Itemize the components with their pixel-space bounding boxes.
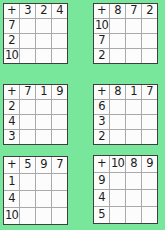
operator-plus-cell: + [94, 85, 109, 99]
row-header-cell: 2 [4, 34, 19, 48]
answer-cell[interactable] [110, 130, 125, 144]
answer-cell[interactable] [126, 130, 141, 144]
row-header-cell: 4 [94, 190, 109, 206]
answer-cell[interactable] [110, 173, 125, 189]
col-header-cell: 1 [126, 85, 141, 99]
col-header-cell: 7 [20, 85, 35, 99]
answer-cell[interactable] [36, 34, 51, 48]
answer-cell[interactable] [52, 191, 67, 207]
answer-cell[interactable] [126, 207, 141, 223]
answer-cell[interactable] [20, 100, 35, 114]
answer-cell[interactable] [36, 19, 51, 33]
col-header-cell: 10 [110, 156, 125, 172]
row-header-cell: 4 [4, 191, 19, 207]
answer-cell[interactable] [52, 115, 67, 129]
answer-cell[interactable] [142, 115, 157, 129]
row-header-cell: 2 [94, 130, 109, 144]
row-header-cell: 10 [4, 49, 19, 63]
answer-cell[interactable] [126, 100, 141, 114]
col-header-cell: 2 [36, 4, 51, 18]
answer-cell[interactable] [20, 19, 35, 33]
operator-plus-cell: + [4, 4, 19, 18]
answer-cell[interactable] [126, 19, 141, 33]
answer-cell[interactable] [52, 100, 67, 114]
col-header-cell: 8 [110, 85, 125, 99]
addition-grid-bottom-right: +1089945 [93, 155, 158, 224]
answer-cell[interactable] [20, 191, 35, 207]
col-header-cell: 9 [36, 157, 51, 173]
answer-cell[interactable] [126, 190, 141, 206]
answer-cell[interactable] [52, 208, 67, 224]
col-header-cell: 1 [36, 85, 51, 99]
answer-cell[interactable] [36, 174, 51, 190]
row-header-cell: 2 [94, 49, 109, 63]
col-header-cell: 2 [142, 4, 157, 18]
answer-cell[interactable] [142, 34, 157, 48]
answer-cell[interactable] [142, 207, 157, 223]
addition-grid-bottom-left: +5971410 [3, 156, 68, 225]
operator-plus-cell: + [94, 156, 109, 172]
answer-cell[interactable] [110, 207, 125, 223]
answer-cell[interactable] [52, 49, 67, 63]
operator-plus-cell: + [4, 157, 19, 173]
answer-cell[interactable] [36, 49, 51, 63]
answer-cell[interactable] [20, 49, 35, 63]
answer-cell[interactable] [142, 49, 157, 63]
answer-cell[interactable] [126, 173, 141, 189]
row-header-cell: 7 [4, 19, 19, 33]
answer-cell[interactable] [52, 130, 67, 144]
answer-cell[interactable] [52, 19, 67, 33]
answer-cell[interactable] [126, 34, 141, 48]
answer-cell[interactable] [126, 115, 141, 129]
answer-cell[interactable] [142, 19, 157, 33]
row-header-cell: 4 [4, 115, 19, 129]
answer-cell[interactable] [36, 208, 51, 224]
row-header-cell: 3 [94, 115, 109, 129]
answer-cell[interactable] [36, 130, 51, 144]
col-header-cell: 9 [142, 156, 157, 172]
answer-cell[interactable] [142, 173, 157, 189]
answer-cell[interactable] [110, 100, 125, 114]
col-header-cell: 7 [142, 85, 157, 99]
col-header-cell: 9 [52, 85, 67, 99]
answer-cell[interactable] [20, 34, 35, 48]
row-header-cell: 10 [4, 208, 19, 224]
answer-cell[interactable] [52, 34, 67, 48]
col-header-cell: 7 [52, 157, 67, 173]
row-header-cell: 3 [4, 130, 19, 144]
col-header-cell: 7 [126, 4, 141, 18]
answer-cell[interactable] [20, 115, 35, 129]
answer-cell[interactable] [20, 174, 35, 190]
answer-cell[interactable] [110, 49, 125, 63]
col-header-cell: 8 [126, 156, 141, 172]
addition-grid-middle-right: +817632 [93, 84, 158, 145]
answer-cell[interactable] [52, 174, 67, 190]
answer-cell[interactable] [142, 100, 157, 114]
row-header-cell: 2 [4, 100, 19, 114]
answer-cell[interactable] [36, 100, 51, 114]
answer-cell[interactable] [110, 190, 125, 206]
col-header-cell: 8 [110, 4, 125, 18]
col-header-cell: 3 [20, 4, 35, 18]
answer-cell[interactable] [110, 19, 125, 33]
answer-cell[interactable] [110, 34, 125, 48]
answer-cell[interactable] [142, 190, 157, 206]
answer-cell[interactable] [126, 49, 141, 63]
addition-grid-top-left: +3247210 [3, 3, 68, 64]
answer-cell[interactable] [142, 130, 157, 144]
addition-grid-top-right: +8721072 [93, 3, 158, 64]
addition-grid-middle-left: +719243 [3, 84, 68, 145]
operator-plus-cell: + [94, 4, 109, 18]
answer-cell[interactable] [36, 115, 51, 129]
row-header-cell: 10 [94, 19, 109, 33]
row-header-cell: 7 [94, 34, 109, 48]
row-header-cell: 6 [94, 100, 109, 114]
col-header-cell: 5 [20, 157, 35, 173]
row-header-cell: 1 [4, 174, 19, 190]
row-header-cell: 9 [94, 173, 109, 189]
col-header-cell: 4 [52, 4, 67, 18]
answer-cell[interactable] [20, 208, 35, 224]
answer-cell[interactable] [110, 115, 125, 129]
operator-plus-cell: + [4, 85, 19, 99]
answer-cell[interactable] [36, 191, 51, 207]
row-header-cell: 5 [94, 207, 109, 223]
answer-cell[interactable] [20, 130, 35, 144]
